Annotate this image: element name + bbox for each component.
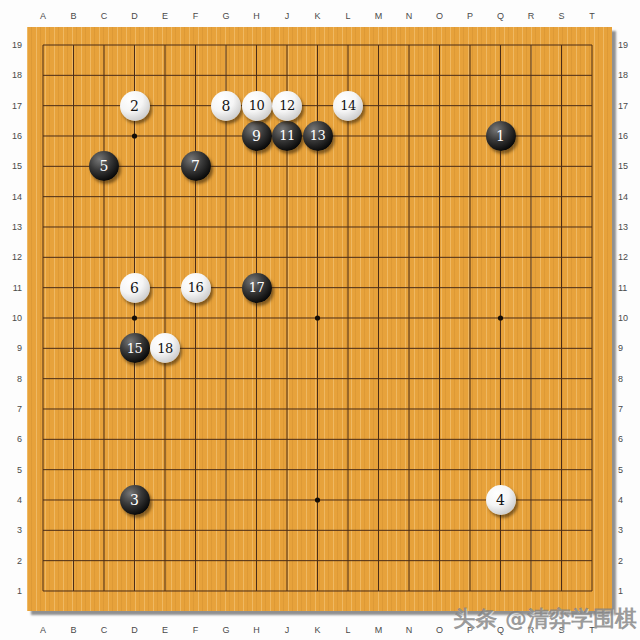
row-label-right-8: 8 [618,374,638,384]
col-label-top-D: D [125,11,145,21]
stone-black-D9: 15 [120,333,150,363]
move-number: 3 [130,492,139,506]
col-label-bottom-C: C [94,625,114,635]
stone-black-H16: 9 [242,121,272,151]
col-label-bottom-K: K [308,625,328,635]
row-label-right-15: 15 [618,161,638,171]
col-label-bottom-L: L [338,625,358,635]
row-label-right-4: 4 [618,495,638,505]
star-point [315,315,320,320]
stone-white-J17: 12 [272,91,302,121]
row-label-right-5: 5 [618,465,638,475]
row-label-right-1: 1 [618,586,638,596]
move-number: 15 [127,341,143,354]
star-point [315,497,320,502]
stone-black-D4: 3 [120,485,150,515]
move-number: 2 [130,98,139,112]
stone-black-K16: 13 [303,121,333,151]
row-label-left-16: 16 [2,131,22,141]
move-number: 13 [310,129,326,142]
col-label-top-N: N [399,11,419,21]
row-label-left-18: 18 [2,70,22,80]
col-label-bottom-J: J [277,625,297,635]
col-label-bottom-N: N [399,625,419,635]
row-label-left-9: 9 [2,343,22,353]
row-label-left-6: 6 [2,434,22,444]
move-number: 11 [279,129,295,142]
col-label-top-M: M [369,11,389,21]
row-label-left-19: 19 [2,40,22,50]
stone-black-J16: 11 [272,121,302,151]
move-number: 17 [249,281,265,294]
move-number: 12 [279,99,295,112]
row-label-left-14: 14 [2,192,22,202]
row-label-left-2: 2 [2,556,22,566]
stone-white-D11: 6 [120,273,150,303]
row-label-right-6: 6 [618,434,638,444]
move-number: 6 [130,280,139,294]
row-label-right-9: 9 [618,343,638,353]
col-label-top-P: P [460,11,480,21]
move-number: 8 [222,98,231,112]
col-label-bottom-B: B [64,625,84,635]
col-label-bottom-O: O [430,625,450,635]
col-label-bottom-D: D [125,625,145,635]
row-label-left-15: 15 [2,161,22,171]
stone-black-F15: 7 [181,151,211,181]
row-label-right-10: 10 [618,313,638,323]
row-label-left-4: 4 [2,495,22,505]
row-label-right-16: 16 [618,131,638,141]
col-label-top-H: H [247,11,267,21]
move-number: 10 [249,99,265,112]
col-label-top-O: O [430,11,450,21]
row-label-right-11: 11 [618,283,638,293]
col-label-top-Q: Q [491,11,511,21]
stone-black-H11: 17 [242,273,272,303]
move-number: 7 [191,159,200,173]
watermark: 头条 @清弈学围棋 [453,604,637,634]
col-label-top-S: S [552,11,572,21]
grid-lines [27,27,612,611]
row-label-left-12: 12 [2,252,22,262]
col-label-bottom-F: F [186,625,206,635]
col-label-top-A: A [33,11,53,21]
row-label-right-18: 18 [618,70,638,80]
col-label-top-L: L [338,11,358,21]
star-point [132,133,137,138]
stone-white-Q4: 4 [486,485,516,515]
move-number: 5 [100,159,109,173]
row-label-left-13: 13 [2,222,22,232]
row-label-left-7: 7 [2,404,22,414]
stone-white-F11: 16 [181,273,211,303]
move-number: 1 [496,128,505,142]
row-label-left-8: 8 [2,374,22,384]
col-label-bottom-A: A [33,625,53,635]
col-label-top-K: K [308,11,328,21]
row-label-right-12: 12 [618,252,638,262]
stone-white-D17: 2 [120,91,150,121]
row-label-right-19: 19 [618,40,638,50]
stone-white-H17: 10 [242,91,272,121]
col-label-bottom-G: G [216,625,236,635]
col-label-top-T: T [582,11,602,21]
row-label-right-13: 13 [618,222,638,232]
col-label-top-G: G [216,11,236,21]
move-number: 14 [340,99,356,112]
col-label-top-F: F [186,11,206,21]
col-label-top-B: B [64,11,84,21]
col-label-bottom-H: H [247,625,267,635]
row-label-left-11: 11 [2,283,22,293]
col-label-top-J: J [277,11,297,21]
row-label-left-10: 10 [2,313,22,323]
row-label-right-17: 17 [618,101,638,111]
row-label-right-14: 14 [618,192,638,202]
col-label-top-C: C [94,11,114,21]
col-label-bottom-E: E [155,625,175,635]
row-label-right-3: 3 [618,525,638,535]
star-point [132,315,137,320]
row-label-left-1: 1 [2,586,22,596]
row-label-right-7: 7 [618,404,638,414]
stone-white-L17: 14 [333,91,363,121]
stone-black-Q16: 1 [486,121,516,151]
row-label-right-2: 2 [618,556,638,566]
col-label-top-E: E [155,11,175,21]
go-board [27,27,612,611]
row-label-left-5: 5 [2,465,22,475]
move-number: 18 [157,341,173,354]
star-point [498,315,503,320]
stone-white-G17: 8 [211,91,241,121]
move-number: 16 [188,281,204,294]
row-label-left-3: 3 [2,525,22,535]
move-number: 4 [496,492,505,506]
row-label-left-17: 17 [2,101,22,111]
col-label-bottom-M: M [369,625,389,635]
col-label-top-R: R [521,11,541,21]
move-number: 9 [252,128,261,142]
